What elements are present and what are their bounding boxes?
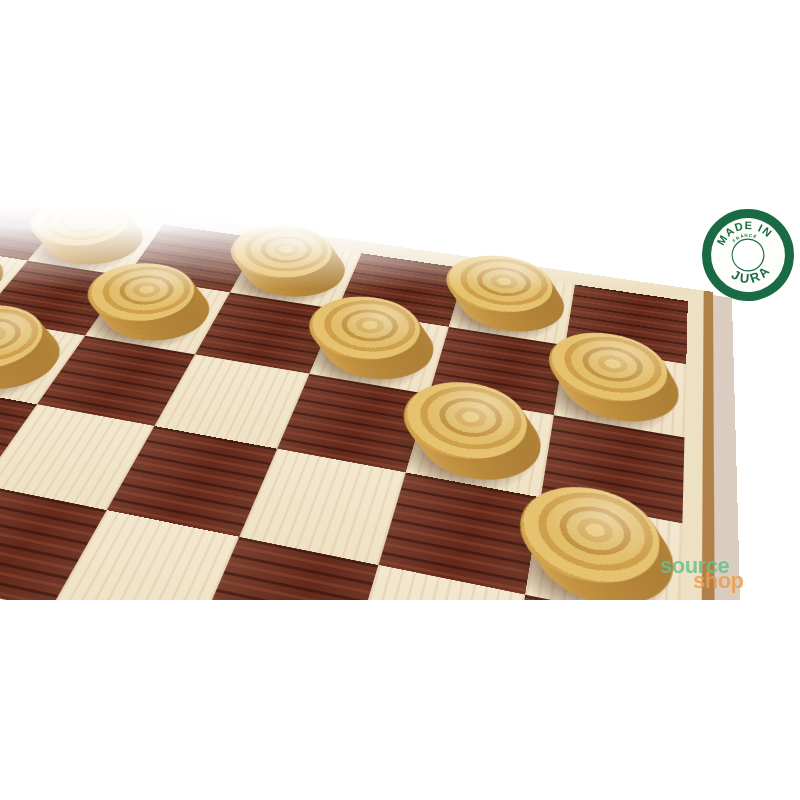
source-shop-watermark: source shop (660, 555, 780, 595)
draughts-piece (236, 241, 357, 306)
watermark-word-shop: shop (693, 570, 744, 592)
draughts-board (0, 195, 724, 600)
draughts-piece (0, 321, 79, 401)
draughts-piece (412, 398, 548, 493)
draughts-piece (91, 279, 224, 351)
draughts-piece (315, 312, 443, 390)
draughts-piece (532, 502, 677, 600)
draughts-piece (454, 271, 570, 341)
board-grid (0, 195, 688, 600)
photo-area: MADE IN FRANCE JURA source shop (0, 195, 800, 600)
made-in-jura-badge: MADE IN FRANCE JURA (692, 199, 800, 310)
draughts-piece (559, 349, 681, 434)
product-photo-page: MADE IN FRANCE JURA source shop (0, 0, 800, 800)
